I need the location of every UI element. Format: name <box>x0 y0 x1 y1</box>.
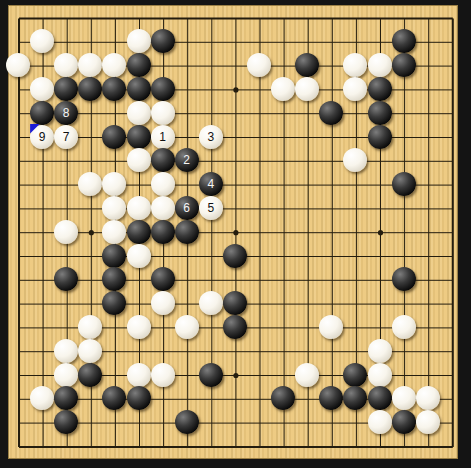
white-stone <box>295 77 319 101</box>
white-stone <box>54 339 78 363</box>
move-2-stone: 2 <box>175 148 199 172</box>
white-stone <box>127 315 151 339</box>
white-stone <box>127 101 151 125</box>
black-stone <box>199 363 223 387</box>
white-stone <box>6 53 30 77</box>
move-8-stone: 8 <box>54 101 78 125</box>
black-stone <box>368 125 392 149</box>
move-number-label: 9 <box>39 131 46 143</box>
black-stone <box>392 29 416 53</box>
white-stone <box>127 244 151 268</box>
white-stone <box>416 386 440 410</box>
white-stone <box>127 148 151 172</box>
move-7-stone: 7 <box>54 125 78 149</box>
white-stone <box>127 29 151 53</box>
black-stone <box>151 220 175 244</box>
move-5-stone: 5 <box>199 196 223 220</box>
window-frame: 897132465 <box>0 0 471 468</box>
star-point <box>233 230 238 235</box>
white-stone <box>392 315 416 339</box>
star-point <box>378 230 383 235</box>
black-stone <box>368 101 392 125</box>
black-stone <box>368 77 392 101</box>
star-point <box>89 230 94 235</box>
white-stone <box>127 363 151 387</box>
move-4-stone: 4 <box>199 172 223 196</box>
white-stone <box>271 77 295 101</box>
move-number-label: 8 <box>63 107 70 119</box>
black-stone <box>102 125 126 149</box>
move-number-label: 3 <box>207 131 214 143</box>
white-stone <box>151 101 175 125</box>
black-stone <box>343 363 367 387</box>
black-stone <box>151 267 175 291</box>
black-stone <box>102 244 126 268</box>
move-number-label: 5 <box>207 202 214 214</box>
black-stone <box>175 220 199 244</box>
black-stone <box>127 53 151 77</box>
move-1-stone: 1 <box>151 125 175 149</box>
white-stone <box>368 53 392 77</box>
move-3-stone: 3 <box>199 125 223 149</box>
black-stone <box>151 77 175 101</box>
white-stone <box>30 77 54 101</box>
black-stone <box>392 53 416 77</box>
black-stone <box>223 244 247 268</box>
white-stone <box>151 172 175 196</box>
black-stone <box>127 125 151 149</box>
black-stone <box>151 29 175 53</box>
white-stone <box>199 291 223 315</box>
black-stone <box>127 386 151 410</box>
black-stone <box>151 148 175 172</box>
move-number-label: 4 <box>207 178 214 190</box>
black-stone <box>127 77 151 101</box>
move-number-label: 6 <box>183 202 190 214</box>
white-stone <box>151 363 175 387</box>
black-stone <box>127 220 151 244</box>
white-stone <box>54 220 78 244</box>
white-stone <box>151 291 175 315</box>
black-stone <box>368 386 392 410</box>
white-stone <box>368 363 392 387</box>
move-number-label: 7 <box>63 131 70 143</box>
white-stone <box>127 196 151 220</box>
black-stone <box>319 101 343 125</box>
black-stone <box>223 315 247 339</box>
move-number-label: 2 <box>183 154 190 166</box>
black-stone <box>78 363 102 387</box>
star-point <box>233 373 238 378</box>
white-stone <box>175 315 199 339</box>
black-stone <box>30 101 54 125</box>
star-point <box>233 87 238 92</box>
black-stone <box>392 410 416 434</box>
white-stone <box>78 339 102 363</box>
move-6-stone: 6 <box>175 196 199 220</box>
white-stone <box>102 220 126 244</box>
white-stone <box>295 363 319 387</box>
white-stone <box>392 386 416 410</box>
move-number-label: 1 <box>159 131 166 143</box>
white-stone <box>151 196 175 220</box>
black-stone <box>392 267 416 291</box>
black-stone <box>54 77 78 101</box>
white-stone <box>416 410 440 434</box>
black-stone <box>175 410 199 434</box>
white-stone <box>54 363 78 387</box>
black-stone <box>392 172 416 196</box>
white-stone <box>368 339 392 363</box>
white-stone <box>247 53 271 77</box>
white-stone <box>368 410 392 434</box>
black-stone <box>223 291 247 315</box>
go-board[interactable]: 897132465 <box>8 5 458 459</box>
